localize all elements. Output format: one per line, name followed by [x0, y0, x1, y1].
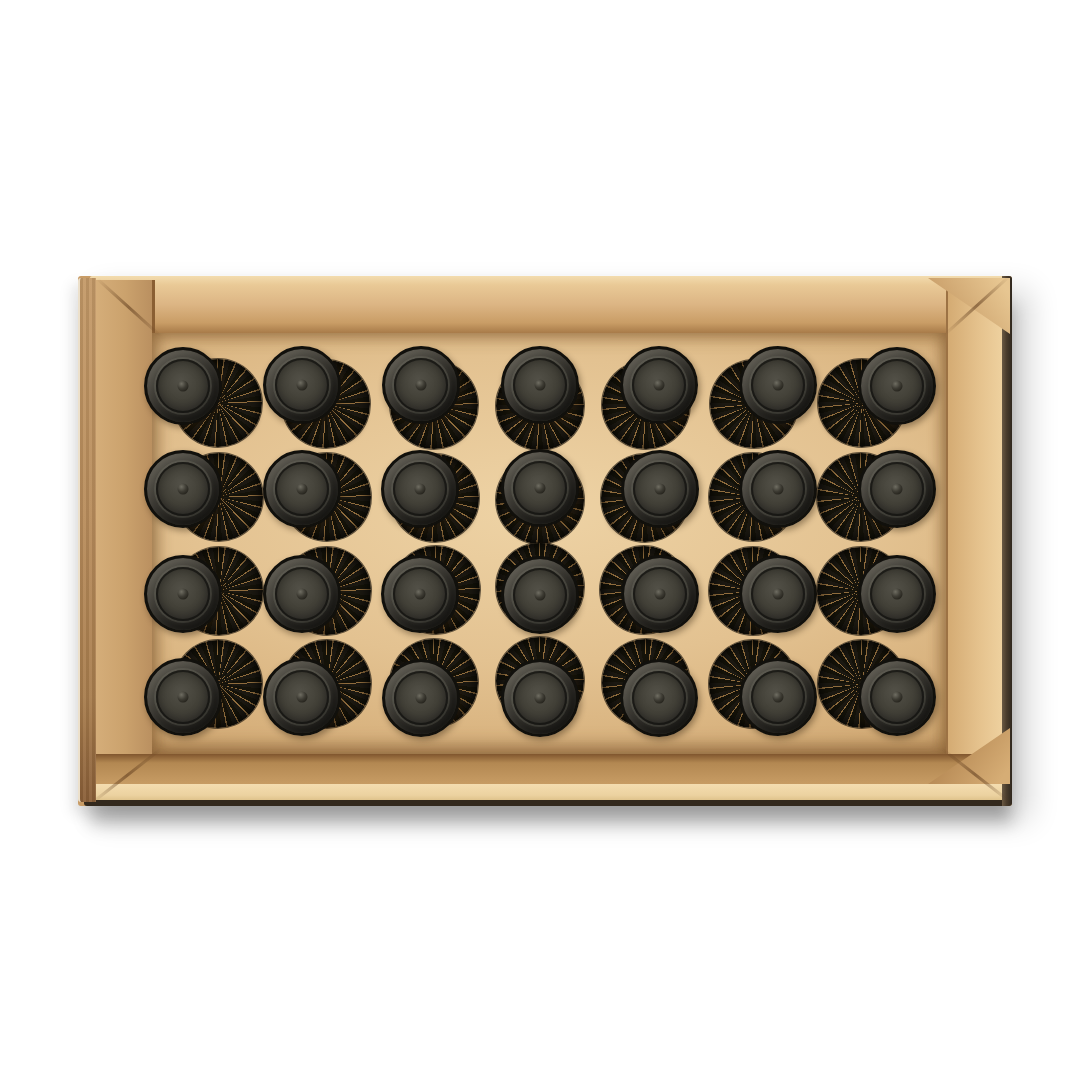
cap-center-nub — [773, 380, 784, 391]
cap-center-nub — [178, 380, 189, 391]
cap-center-nub — [415, 588, 426, 599]
bottle-cap-top — [144, 555, 222, 633]
bottle-cap-top — [501, 346, 579, 424]
bottle-cap-top — [501, 449, 579, 527]
bottle-grid — [78, 276, 1012, 806]
cap-center-nub — [535, 482, 546, 493]
cap-center-nub — [773, 692, 784, 703]
cap-center-nub — [296, 588, 307, 599]
bottle-cap-top — [263, 450, 341, 528]
bottle-cap-top — [263, 555, 341, 633]
cap-center-nub — [296, 483, 307, 494]
bottle-cap-top — [263, 658, 341, 736]
cap-center-nub — [535, 379, 546, 390]
bottle-cap-top — [382, 659, 460, 737]
cap-center-nub — [773, 483, 784, 494]
bottle-cap-top — [858, 555, 936, 633]
cap-center-nub — [296, 692, 307, 703]
bottle-cap-top — [858, 658, 936, 736]
bottle-cap-top — [381, 555, 459, 633]
scene — [0, 0, 1080, 1080]
cap-center-nub — [891, 692, 902, 703]
cap-center-nub — [296, 380, 307, 391]
bottle-cap-top — [501, 659, 579, 737]
bottle-cap-top — [739, 450, 817, 528]
cap-center-nub — [654, 483, 665, 494]
bottle-cap-top — [621, 555, 699, 633]
cap-center-nub — [654, 588, 665, 599]
bottle-cap-top — [620, 659, 698, 737]
cap-center-nub — [178, 484, 189, 495]
bottle-cap-top — [381, 450, 459, 528]
bottle-cap-top — [144, 347, 222, 425]
cap-center-nub — [535, 693, 546, 704]
cap-center-nub — [178, 692, 189, 703]
shipping-box — [78, 276, 1012, 806]
cap-center-nub — [178, 588, 189, 599]
bottle-cap-top — [144, 658, 222, 736]
cap-center-nub — [415, 483, 426, 494]
bottle-cap-top — [144, 450, 222, 528]
cap-center-nub — [773, 588, 784, 599]
bottle-cap-top — [263, 346, 341, 424]
cap-center-nub — [535, 590, 546, 601]
cap-center-nub — [891, 484, 902, 495]
cap-center-nub — [415, 380, 426, 391]
cap-center-nub — [654, 380, 665, 391]
bottle-cap-top — [739, 658, 817, 736]
bottle-cap-top — [501, 556, 579, 634]
bottle-cap-top — [739, 555, 817, 633]
bottle-cap-top — [621, 450, 699, 528]
bottle-cap-top — [858, 450, 936, 528]
cap-center-nub — [891, 588, 902, 599]
cap-center-nub — [891, 380, 902, 391]
bottle-cap-top — [739, 346, 817, 424]
bottle-cap-top — [620, 346, 698, 424]
cap-center-nub — [654, 692, 665, 703]
bottle-cap-top — [858, 347, 936, 425]
bottle-cap-top — [382, 346, 460, 424]
cap-center-nub — [415, 692, 426, 703]
